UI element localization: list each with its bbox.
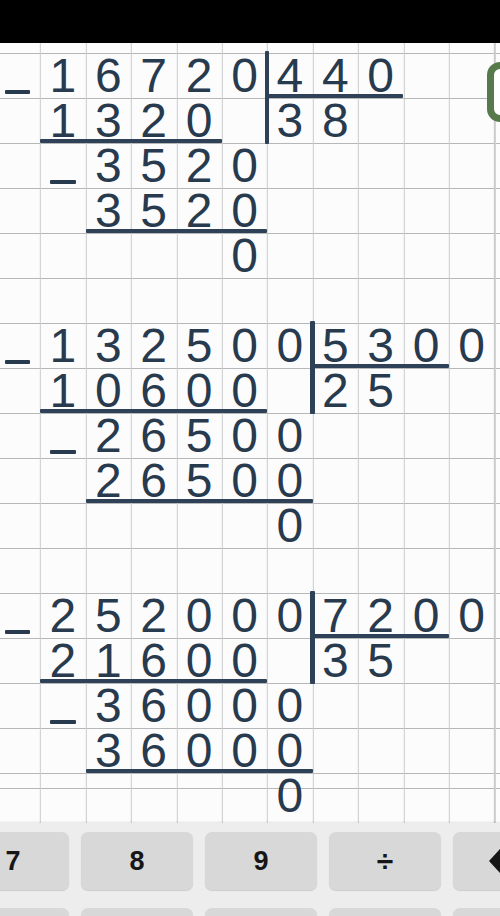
work-digit: 6 — [131, 413, 176, 458]
minus-sign — [5, 630, 30, 635]
work-digit: 0 — [267, 683, 312, 728]
work-digit: 3 — [86, 188, 131, 233]
work-digit: 4 — [267, 53, 312, 98]
key-partial-second-row[interactable] — [329, 908, 441, 916]
work-digit: 5 — [131, 143, 176, 188]
backspace-icon — [489, 848, 500, 874]
work-digit: 0 — [449, 593, 494, 638]
work-digit: 1 — [40, 53, 85, 98]
key-9[interactable]: 9 — [205, 832, 317, 890]
work-digit: 8 — [313, 98, 358, 143]
work-digit: 3 — [267, 98, 312, 143]
work-digit: 6 — [131, 368, 176, 413]
work-digit: 0 — [222, 593, 267, 638]
work-digit: 1 — [40, 368, 85, 413]
work-digit: 5 — [176, 458, 221, 503]
work-digit: 0 — [86, 368, 131, 413]
work-digit: 6 — [131, 683, 176, 728]
work-digit: 0 — [222, 143, 267, 188]
work-digit: 0 — [267, 458, 312, 503]
work-digit: 6 — [86, 53, 131, 98]
work-digit: 0 — [267, 773, 312, 818]
key-partial-second-row[interactable] — [453, 908, 500, 916]
work-digit: 0 — [222, 458, 267, 503]
work-digit: 0 — [176, 98, 221, 143]
work-digit: 0 — [267, 503, 312, 548]
minus-sign — [5, 360, 30, 365]
work-digit: 0 — [267, 593, 312, 638]
status-bar — [0, 0, 500, 43]
work-digit: 2 — [131, 98, 176, 143]
minus-sign — [50, 180, 75, 185]
minus-sign — [5, 90, 30, 95]
work-digit: 3 — [86, 143, 131, 188]
work-digit: 3 — [86, 683, 131, 728]
work-digit: 7 — [131, 53, 176, 98]
work-digit: 0 — [222, 368, 267, 413]
work-digit: 1 — [40, 323, 85, 368]
work-digit: 5 — [131, 188, 176, 233]
work-digit: 2 — [358, 593, 403, 638]
work-digit: 0 — [176, 638, 221, 683]
work-digit: 7 — [313, 593, 358, 638]
work-digit: 2 — [86, 413, 131, 458]
work-digit: 2 — [40, 593, 85, 638]
work-digit: 0 — [176, 368, 221, 413]
work-digit: 1 — [86, 638, 131, 683]
key-backspace[interactable] — [453, 832, 500, 890]
work-digit: 5 — [358, 638, 403, 683]
work-digit: 0 — [222, 323, 267, 368]
minus-sign — [50, 450, 75, 455]
work-digit: 1 — [40, 98, 85, 143]
work-digit: 0 — [176, 593, 221, 638]
work-digit: 0 — [222, 413, 267, 458]
work-digit: 6 — [131, 458, 176, 503]
key-partial-second-row[interactable] — [0, 908, 69, 916]
work-digit: 2 — [131, 593, 176, 638]
work-digit: 6 — [131, 728, 176, 773]
work-digit: 0 — [403, 593, 448, 638]
work-digit: 5 — [313, 323, 358, 368]
numeric-keyboard: 789÷ — [0, 823, 500, 916]
key-8[interactable]: 8 — [81, 832, 193, 890]
work-digit: 5 — [358, 368, 403, 413]
division-work-area: 1672044013203835203520013250053001060025… — [0, 0, 500, 823]
check-answer-button[interactable] — [487, 62, 500, 122]
work-digit: 0 — [222, 638, 267, 683]
work-digit: 0 — [222, 233, 267, 278]
work-digit: 0 — [222, 683, 267, 728]
work-digit: 5 — [176, 413, 221, 458]
work-digit: 0 — [267, 323, 312, 368]
work-digit: 3 — [86, 728, 131, 773]
work-digit: 0 — [222, 53, 267, 98]
work-digit: 0 — [176, 683, 221, 728]
minus-sign — [50, 720, 75, 725]
work-digit: 2 — [176, 188, 221, 233]
work-digit: 2 — [313, 368, 358, 413]
key-divide[interactable]: ÷ — [329, 832, 441, 890]
work-digit: 2 — [176, 53, 221, 98]
work-digit: 3 — [358, 323, 403, 368]
work-digit: 0 — [358, 53, 403, 98]
work-digit: 6 — [131, 638, 176, 683]
work-digit: 0 — [449, 323, 494, 368]
key-label: 9 — [253, 846, 268, 877]
work-digit: 0 — [267, 413, 312, 458]
work-digit: 3 — [86, 323, 131, 368]
work-digit: 3 — [86, 98, 131, 143]
key-partial-second-row[interactable] — [81, 908, 193, 916]
work-digit: 0 — [403, 323, 448, 368]
key-label: ÷ — [377, 844, 393, 878]
work-digit: 0 — [222, 728, 267, 773]
work-digit: 3 — [313, 638, 358, 683]
work-digit: 2 — [176, 143, 221, 188]
work-digit: 0 — [222, 188, 267, 233]
work-digit: 0 — [176, 728, 221, 773]
work-digit: 2 — [131, 323, 176, 368]
key-7[interactable]: 7 — [0, 832, 69, 890]
work-digit: 5 — [86, 593, 131, 638]
work-digit: 2 — [40, 638, 85, 683]
app-screen: 1672044013203835203520013250053001060025… — [0, 0, 500, 916]
work-digit: 5 — [176, 323, 221, 368]
key-label: 8 — [129, 846, 144, 877]
work-digit: 0 — [267, 728, 312, 773]
work-digit: 4 — [313, 53, 358, 98]
key-partial-second-row[interactable] — [205, 908, 317, 916]
work-digit: 2 — [86, 458, 131, 503]
key-label: 7 — [5, 846, 20, 877]
